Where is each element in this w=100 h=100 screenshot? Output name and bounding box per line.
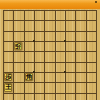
board-square-6f[interactable] [34,62,44,72]
board-square-4g[interactable] [55,72,65,82]
board-square-9c[interactable] [3,31,13,41]
board-square-1f[interactable] [86,62,96,72]
board-square-5g[interactable] [44,72,54,82]
board-square-2i[interactable] [75,93,85,100]
board-square-3i[interactable] [65,93,75,100]
board-square-3d[interactable] [65,41,75,51]
board-square-1g[interactable] [86,72,96,82]
board-square-6b[interactable] [34,20,44,30]
board-square-2c[interactable] [75,31,85,41]
board-square-8c[interactable] [13,31,23,41]
board-square-3f[interactable] [65,62,75,72]
titlebar-dot [95,1,97,3]
board-square-6h[interactable] [34,82,44,92]
board-square-1i[interactable] [86,93,96,100]
board-square-6d[interactable] [34,41,44,51]
board-square-6c[interactable] [34,31,44,41]
hoshi-dot [64,71,66,73]
board-square-4d[interactable] [55,41,65,51]
board-square-7h[interactable] [24,82,34,92]
board-square-8i[interactable] [13,93,23,100]
board-square-3b[interactable] [65,20,75,30]
board-square-5f[interactable] [44,62,54,72]
board-square-9d[interactable] [3,41,13,51]
board-square-8g[interactable] [13,72,23,82]
board-square-2f[interactable] [75,62,85,72]
board-square-3c[interactable] [65,31,75,41]
board-square-7e[interactable] [24,51,34,61]
board-square-4a[interactable] [55,10,65,20]
board-square-4i[interactable] [55,93,65,100]
board-square-6a[interactable] [34,10,44,20]
board-square-7i[interactable] [24,93,34,100]
board-square-3a[interactable] [65,10,75,20]
board-square-5d[interactable] [44,41,54,51]
board-square-2e[interactable] [75,51,85,61]
shogi-piece-sente-king-9h[interactable]: 王 [4,83,12,91]
board-square-7d[interactable] [24,41,34,51]
board-square-1d[interactable] [86,41,96,51]
board-square-1h[interactable] [86,82,96,92]
app-window: 歩歩角王 [0,0,100,100]
window-titlebar[interactable] [0,0,100,9]
board-square-1e[interactable] [86,51,96,61]
board-square-2b[interactable] [75,20,85,30]
board-square-5e[interactable] [44,51,54,61]
board-grid: 歩歩角王 [3,10,97,100]
board-square-9a[interactable] [3,10,13,20]
board-square-5i[interactable] [44,93,54,100]
board-square-8a[interactable] [13,10,23,20]
board-square-7a[interactable] [24,10,34,20]
board-square-5b[interactable] [44,20,54,30]
board-square-8e[interactable] [13,51,23,61]
board-square-5a[interactable] [44,10,54,20]
board-square-7b[interactable] [24,20,34,30]
board-square-2g[interactable] [75,72,85,82]
board-square-2a[interactable] [75,10,85,20]
board-square-9b[interactable] [3,20,13,30]
board-square-5c[interactable] [44,31,54,41]
board-square-4h[interactable] [55,82,65,92]
board-square-1a[interactable] [86,10,96,20]
board-square-3e[interactable] [65,51,75,61]
board-square-9f[interactable] [3,62,13,72]
board-square-6i[interactable] [34,93,44,100]
board-square-9e[interactable] [3,51,13,61]
board-square-5h[interactable] [44,82,54,92]
board-square-1b[interactable] [86,20,96,30]
board-square-2d[interactable] [75,41,85,51]
board-square-8b[interactable] [13,20,23,30]
shogi-board[interactable]: 歩歩角王 [0,9,100,100]
board-square-6e[interactable] [34,51,44,61]
board-square-4b[interactable] [55,20,65,30]
board-square-4e[interactable] [55,51,65,61]
board-square-1c[interactable] [86,31,96,41]
board-square-3h[interactable] [65,82,75,92]
hoshi-dot [33,71,35,73]
hoshi-dot [64,40,66,42]
board-square-8f[interactable] [13,62,23,72]
hoshi-dot [33,40,35,42]
shogi-piece-sente-pawn-9g[interactable]: 歩 [4,73,12,81]
board-square-9i[interactable] [3,93,13,100]
board-square-2h[interactable] [75,82,85,92]
board-square-3g[interactable] [65,72,75,82]
shogi-piece-sente-bishop-7g[interactable]: 角 [25,73,33,81]
board-square-8h[interactable] [13,82,23,92]
shogi-piece-gote-pawn-8d[interactable]: 歩 [14,42,22,50]
board-square-6g[interactable] [34,72,44,82]
